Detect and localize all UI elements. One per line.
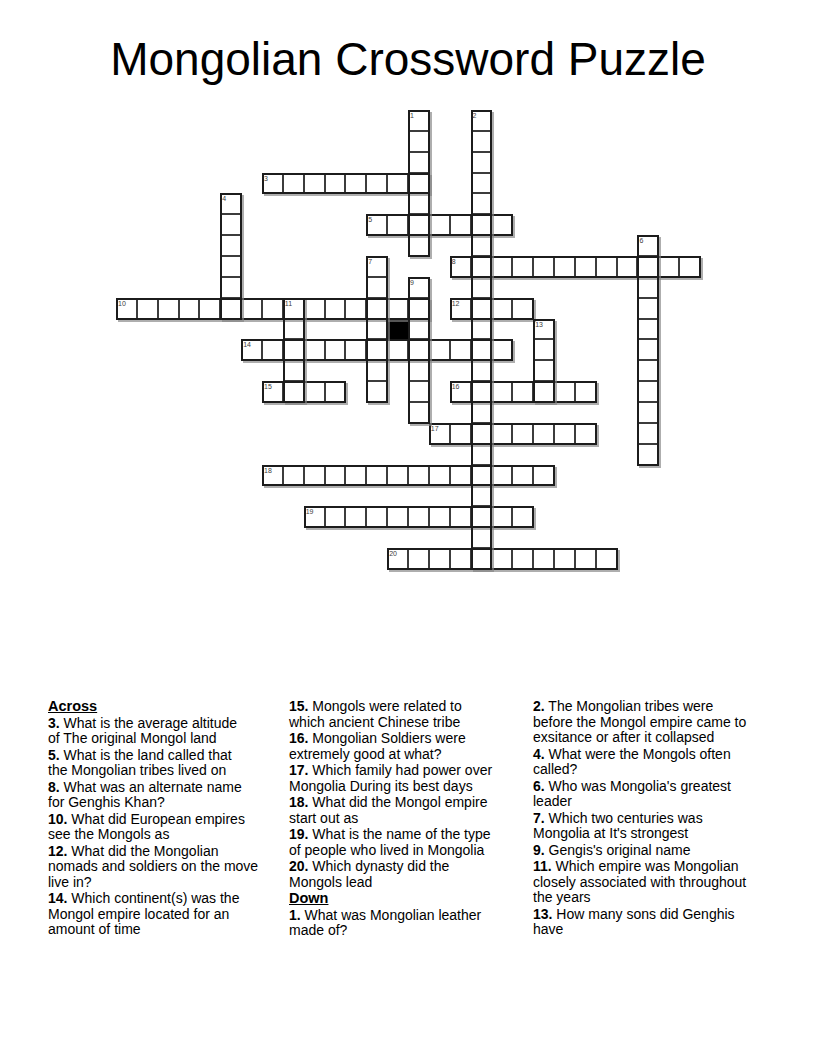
grid-cell[interactable] xyxy=(408,235,429,256)
grid-cell[interactable] xyxy=(637,298,658,319)
grid-cell[interactable] xyxy=(575,548,596,569)
grid-cell[interactable] xyxy=(471,485,492,506)
grid-cell[interactable] xyxy=(325,381,346,402)
page-title: Mongolian Crossword Puzzle xyxy=(0,33,816,85)
grid-cell[interactable] xyxy=(450,339,471,360)
grid-cell[interactable] xyxy=(471,173,492,194)
grid-cell[interactable] xyxy=(366,465,387,486)
clue-text: Which continent(s) was the Mongol empire… xyxy=(48,890,239,937)
grid-cell[interactable] xyxy=(450,214,471,235)
clues-column-3: 2. The Mongolian tribes were before the … xyxy=(533,699,771,939)
grid-cell[interactable] xyxy=(366,381,387,402)
grid-cell[interactable] xyxy=(637,402,658,423)
clue-8: 8. What was an alternate name for Genghi… xyxy=(48,780,286,811)
clue-15: 15. Mongols were related to which ancien… xyxy=(289,699,527,730)
clue-number: 8. xyxy=(48,779,60,795)
grid-cell[interactable] xyxy=(241,298,262,319)
clue-text: Mongols were related to which ancient Ch… xyxy=(289,698,462,730)
grid-cell[interactable] xyxy=(345,506,366,527)
grid-cell[interactable] xyxy=(637,339,658,360)
clue-text: The Mongolian tribes were before the Mon… xyxy=(533,698,746,745)
grid-cell[interactable] xyxy=(366,173,387,194)
grid-cell[interactable] xyxy=(491,256,512,277)
grid-cell[interactable] xyxy=(471,339,492,360)
grid-cell[interactable] xyxy=(471,506,492,527)
grid-cell[interactable] xyxy=(220,193,241,214)
grid-cell[interactable] xyxy=(408,277,429,298)
grid-cell[interactable] xyxy=(366,360,387,381)
grid-cell[interactable] xyxy=(220,256,241,277)
across-header: Across xyxy=(48,699,286,715)
clue-text: How many sons did Genghis have xyxy=(533,906,735,938)
grid-cell[interactable] xyxy=(408,214,429,235)
grid-cell[interactable] xyxy=(554,423,575,444)
grid-cell[interactable] xyxy=(408,339,429,360)
grid-cell[interactable] xyxy=(575,423,596,444)
grid-cell[interactable] xyxy=(387,548,408,569)
grid-cell[interactable] xyxy=(533,548,554,569)
clue-number: 13. xyxy=(533,906,552,922)
grid-cell[interactable] xyxy=(637,256,658,277)
grid-cell[interactable] xyxy=(325,465,346,486)
grid-cell[interactable] xyxy=(491,339,512,360)
grid-cell[interactable] xyxy=(283,381,304,402)
grid-cell[interactable] xyxy=(220,214,241,235)
clue-11: 11. Which empire was Mongolian closely a… xyxy=(533,859,771,906)
grid-cell[interactable] xyxy=(366,277,387,298)
grid-cell[interactable] xyxy=(658,256,679,277)
grid-cell[interactable] xyxy=(533,360,554,381)
grid-cell[interactable] xyxy=(512,298,533,319)
grid-cell[interactable] xyxy=(408,506,429,527)
grid-cell[interactable] xyxy=(512,256,533,277)
grid-cell[interactable] xyxy=(429,423,450,444)
grid-cell[interactable] xyxy=(450,423,471,444)
grid-cell[interactable] xyxy=(408,131,429,152)
clue-12: 12. What did the Mongolian nomads and so… xyxy=(48,844,286,891)
grid-cell[interactable] xyxy=(283,319,304,340)
clue-number: 2. xyxy=(533,698,545,714)
grid-cell[interactable] xyxy=(387,214,408,235)
grid-cell[interactable] xyxy=(533,423,554,444)
clue-text: What was an alternate name for Genghis K… xyxy=(48,779,242,811)
grid-cell[interactable] xyxy=(533,256,554,277)
grid-cell[interactable] xyxy=(366,214,387,235)
grid-cell[interactable] xyxy=(262,339,283,360)
clue-text: Who was Mongolia's greatest leader xyxy=(533,778,731,810)
clue-16: 16. Mongolian Soldiers were extremely go… xyxy=(289,731,527,762)
clue-number: 6. xyxy=(533,778,545,794)
grid-cell[interactable] xyxy=(450,381,471,402)
clue-number: 15. xyxy=(289,698,308,714)
grid-cell[interactable] xyxy=(512,423,533,444)
grid-cell[interactable] xyxy=(325,173,346,194)
grid-cell[interactable] xyxy=(554,381,575,402)
crossword-page: Mongolian Crossword Puzzle 1234567891011… xyxy=(0,0,816,1056)
clue-4: 4. What were the Mongols often called? xyxy=(533,747,771,778)
clue-number: 4. xyxy=(533,746,545,762)
grid-cell[interactable] xyxy=(471,110,492,131)
grid-cell[interactable] xyxy=(304,465,325,486)
grid-cell[interactable] xyxy=(408,465,429,486)
clue-text: What did the Mongol empire start out as xyxy=(289,794,487,826)
down-header: Down xyxy=(289,891,527,907)
clue-19: 19. What is the name of the type of peop… xyxy=(289,827,527,858)
grid-cell[interactable] xyxy=(471,131,492,152)
clue-text: What did European empires see the Mongol… xyxy=(48,811,245,843)
grid-cell[interactable] xyxy=(366,339,387,360)
grid-cell[interactable] xyxy=(471,381,492,402)
grid-cell[interactable] xyxy=(137,298,158,319)
clue-13: 13. How many sons did Genghis have xyxy=(533,907,771,938)
grid-cell[interactable] xyxy=(471,319,492,340)
clue-3: 3. What is the average altitude of The o… xyxy=(48,716,286,747)
grid-cell[interactable] xyxy=(220,298,241,319)
grid-cell[interactable] xyxy=(304,506,325,527)
clue-9: 9. Gengis's original name xyxy=(533,843,771,859)
grid-cell[interactable] xyxy=(408,152,429,173)
grid-cell[interactable] xyxy=(471,360,492,381)
grid-cell[interactable] xyxy=(262,173,283,194)
grid-cell[interactable] xyxy=(408,193,429,214)
grid-cell[interactable] xyxy=(304,339,325,360)
grid-cell[interactable] xyxy=(387,339,408,360)
grid-cell[interactable] xyxy=(533,465,554,486)
grid-cell[interactable] xyxy=(345,339,366,360)
clue-text: Which empire was Mongolian closely assoc… xyxy=(533,858,746,905)
grid-cell[interactable] xyxy=(220,277,241,298)
grid-cell[interactable] xyxy=(241,339,262,360)
grid-cell[interactable] xyxy=(471,256,492,277)
clue-number: 14. xyxy=(48,890,67,906)
grid-cell[interactable] xyxy=(387,173,408,194)
grid-cell[interactable] xyxy=(408,402,429,423)
clue-10: 10. What did European empires see the Mo… xyxy=(48,812,286,843)
clue-17: 17. Which family had power over Mongolia… xyxy=(289,763,527,794)
grid-cell[interactable] xyxy=(491,381,512,402)
grid-cell[interactable] xyxy=(491,423,512,444)
grid-cell[interactable] xyxy=(220,235,241,256)
grid-cell[interactable] xyxy=(637,423,658,444)
grid-cell[interactable] xyxy=(429,214,450,235)
grid-cell[interactable] xyxy=(283,173,304,194)
grid-cell[interactable] xyxy=(304,173,325,194)
grid-cell[interactable] xyxy=(491,548,512,569)
grid-cell[interactable] xyxy=(596,548,617,569)
black-cell xyxy=(387,319,408,340)
grid-cell[interactable] xyxy=(491,506,512,527)
clue-text: Mongolian Soldiers were extremely good a… xyxy=(289,730,466,762)
clue-number: 18. xyxy=(289,794,308,810)
grid-cell[interactable] xyxy=(408,548,429,569)
grid-cell[interactable] xyxy=(408,173,429,194)
grid-cell[interactable] xyxy=(408,298,429,319)
grid-cell[interactable] xyxy=(575,256,596,277)
grid-cell[interactable] xyxy=(471,152,492,173)
grid-cell[interactable] xyxy=(471,444,492,465)
grid-cell[interactable] xyxy=(325,506,346,527)
grid-cell[interactable] xyxy=(283,339,304,360)
grid-cell[interactable] xyxy=(345,298,366,319)
clue-18: 18. What did the Mongol empire start out… xyxy=(289,795,527,826)
clue-number: 3. xyxy=(48,715,60,731)
clue-text: What is the land called that the Mongoli… xyxy=(48,747,232,779)
clue-number: 7. xyxy=(533,810,545,826)
clue-text: What were the Mongols often called? xyxy=(533,746,731,778)
grid-cell[interactable] xyxy=(429,548,450,569)
clue-number: 11. xyxy=(533,858,552,874)
grid-cell[interactable] xyxy=(512,548,533,569)
clue-number: 9. xyxy=(533,842,545,858)
clue-number: 12. xyxy=(48,843,67,859)
grid-cell[interactable] xyxy=(637,319,658,340)
grid-cell[interactable] xyxy=(679,256,700,277)
grid-cell[interactable] xyxy=(325,298,346,319)
clue-20: 20. Which dynasty did the Mongols lead xyxy=(289,859,527,890)
clue-1: 1. What was Mongolian leather made of? xyxy=(289,908,527,939)
grid-cell[interactable] xyxy=(471,527,492,548)
grid-cell[interactable] xyxy=(471,235,492,256)
grid-cell[interactable] xyxy=(408,381,429,402)
grid-cell[interactable] xyxy=(637,360,658,381)
clue-text: What was Mongolian leather made of? xyxy=(289,907,481,939)
grid-cell[interactable] xyxy=(429,339,450,360)
grid-cell[interactable] xyxy=(179,298,200,319)
clue-number: 5. xyxy=(48,747,60,763)
clue-2: 2. The Mongolian tribes were before the … xyxy=(533,699,771,746)
grid-cell[interactable] xyxy=(554,548,575,569)
clue-text: What did the Mongolian nomads and soldie… xyxy=(48,843,258,890)
clue-number: 17. xyxy=(289,762,308,778)
grid-cell[interactable] xyxy=(262,465,283,486)
grid-cell[interactable] xyxy=(596,256,617,277)
grid-cell[interactable] xyxy=(512,506,533,527)
grid-cell[interactable] xyxy=(637,381,658,402)
clue-number: 10. xyxy=(48,811,67,827)
grid-cell[interactable] xyxy=(533,339,554,360)
grid-cell[interactable] xyxy=(366,506,387,527)
grid-cell[interactable] xyxy=(345,173,366,194)
grid-cell[interactable] xyxy=(533,319,554,340)
grid-cell[interactable] xyxy=(450,298,471,319)
grid-cell[interactable] xyxy=(199,298,220,319)
clues-column-1: Across3. What is the average altitude of… xyxy=(48,699,286,939)
clue-7: 7. Which two centuries was Mongolia at I… xyxy=(533,811,771,842)
grid-cell[interactable] xyxy=(637,235,658,256)
clue-number: 16. xyxy=(289,730,308,746)
grid-cell[interactable] xyxy=(491,298,512,319)
clue-text: What is the average altitude of The orig… xyxy=(48,715,237,747)
grid-cell[interactable] xyxy=(304,298,325,319)
grid-cell[interactable] xyxy=(575,381,596,402)
crossword-grid: 1234567891011121314151617181920 xyxy=(116,110,701,570)
clue-text: Gengis's original name xyxy=(545,842,691,858)
grid-cell[interactable] xyxy=(512,381,533,402)
grid-cell[interactable] xyxy=(471,193,492,214)
grid-cell[interactable] xyxy=(512,465,533,486)
grid-cell[interactable] xyxy=(408,110,429,131)
clue-number: 1. xyxy=(289,907,301,923)
grid-cell[interactable] xyxy=(408,319,429,340)
grid-cell[interactable] xyxy=(617,256,638,277)
grid-cell[interactable] xyxy=(283,360,304,381)
grid-cell[interactable] xyxy=(387,465,408,486)
grid-cell[interactable] xyxy=(116,298,137,319)
grid-cell[interactable] xyxy=(366,319,387,340)
grid-cell[interactable] xyxy=(491,214,512,235)
clue-number: 19. xyxy=(289,826,308,842)
grid-cell[interactable] xyxy=(304,381,325,402)
grid-cell[interactable] xyxy=(471,548,492,569)
grid-cell[interactable] xyxy=(471,277,492,298)
grid-cell[interactable] xyxy=(471,423,492,444)
grid-cell[interactable] xyxy=(345,465,366,486)
grid-cell[interactable] xyxy=(158,298,179,319)
grid-cell[interactable] xyxy=(637,277,658,298)
grid-cell[interactable] xyxy=(450,465,471,486)
grid-cell[interactable] xyxy=(450,506,471,527)
grid-cell[interactable] xyxy=(408,360,429,381)
grid-cell[interactable] xyxy=(471,465,492,486)
clue-text: Which two centuries was Mongolia at It's… xyxy=(533,810,703,842)
clue-14: 14. Which continent(s) was the Mongol em… xyxy=(48,891,286,938)
grid-cell[interactable] xyxy=(554,256,575,277)
grid-cell[interactable] xyxy=(387,506,408,527)
grid-cell[interactable] xyxy=(283,465,304,486)
grid-cell[interactable] xyxy=(283,298,304,319)
grid-cell[interactable] xyxy=(429,465,450,486)
grid-cell[interactable] xyxy=(450,256,471,277)
grid-cell[interactable] xyxy=(533,381,554,402)
grid-cell[interactable] xyxy=(471,402,492,423)
grid-cell[interactable] xyxy=(387,298,408,319)
grid-cell[interactable] xyxy=(366,256,387,277)
grid-cell[interactable] xyxy=(429,506,450,527)
clue-text: Which dynasty did the Mongols lead xyxy=(289,858,449,890)
grid-cell[interactable] xyxy=(491,465,512,486)
grid-cell[interactable] xyxy=(262,381,283,402)
grid-cell[interactable] xyxy=(637,444,658,465)
clue-text: What is the name of the type of people w… xyxy=(289,826,491,858)
grid-cell[interactable] xyxy=(366,298,387,319)
clue-5: 5. What is the land called that the Mong… xyxy=(48,748,286,779)
clue-text: Which family had power over Mongolia Dur… xyxy=(289,762,492,794)
grid-cell[interactable] xyxy=(325,339,346,360)
clue-6: 6. Who was Mongolia's greatest leader xyxy=(533,779,771,810)
clue-number: 20. xyxy=(289,858,308,874)
clues-column-2: 15. Mongols were related to which ancien… xyxy=(289,699,527,940)
grid-cell[interactable] xyxy=(471,214,492,235)
grid-cell[interactable] xyxy=(450,548,471,569)
grid-cell[interactable] xyxy=(262,298,283,319)
grid-cell[interactable] xyxy=(471,298,492,319)
